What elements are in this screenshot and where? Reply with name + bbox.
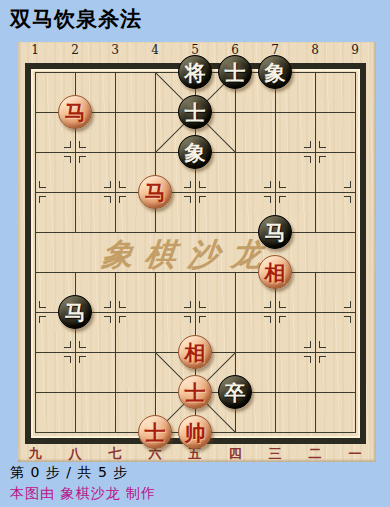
point-marker	[279, 196, 286, 203]
point-marker	[39, 301, 46, 308]
point-marker	[304, 341, 311, 348]
black-advisor[interactable]: 士	[178, 95, 212, 129]
point-marker	[304, 141, 311, 148]
point-marker	[199, 301, 206, 308]
black-horse-glyph: 马	[265, 222, 286, 243]
file-label-bottom: 四	[224, 445, 246, 463]
red-general[interactable]: 帅	[178, 415, 212, 449]
black-advisor-glyph: 士	[185, 102, 206, 123]
point-marker	[79, 356, 86, 363]
point-marker	[344, 196, 351, 203]
point-marker	[319, 356, 326, 363]
black-elephant-glyph: 象	[265, 62, 286, 83]
red-horse[interactable]: 马	[58, 95, 92, 129]
point-marker	[104, 316, 111, 323]
black-advisor-glyph: 士	[225, 62, 246, 83]
black-general-glyph: 将	[185, 62, 206, 83]
black-horse[interactable]: 马	[58, 295, 92, 329]
black-elephant-glyph: 象	[185, 142, 206, 163]
file-label-bottom: 一	[344, 445, 366, 463]
grid-line-file	[315, 272, 316, 433]
point-marker	[264, 181, 271, 188]
file-label-bottom: 七	[104, 445, 126, 463]
red-advisor[interactable]: 士	[178, 375, 212, 409]
point-marker	[39, 181, 46, 188]
red-elephant-glyph: 相	[185, 342, 206, 363]
point-marker	[199, 181, 206, 188]
point-marker	[104, 181, 111, 188]
file-label-top: 1	[24, 43, 46, 57]
point-marker	[119, 301, 126, 308]
file-label-top: 4	[144, 43, 166, 57]
point-marker	[104, 196, 111, 203]
point-marker	[64, 341, 71, 348]
file-label-top: 3	[104, 43, 126, 57]
file-label-top: 8	[304, 43, 326, 57]
red-horse-glyph: 马	[145, 182, 166, 203]
red-horse-glyph: 马	[65, 102, 86, 123]
point-marker	[319, 341, 326, 348]
file-label-bottom: 二	[304, 445, 326, 463]
point-marker	[344, 301, 351, 308]
point-marker	[184, 301, 191, 308]
red-elephant[interactable]: 相	[178, 335, 212, 369]
point-marker	[199, 196, 206, 203]
grid-line-file	[115, 72, 116, 233]
grid-line-file	[35, 72, 36, 433]
black-horse[interactable]: 马	[258, 215, 292, 249]
grid-line-file	[275, 272, 276, 433]
black-horse-glyph: 马	[65, 302, 86, 323]
point-marker	[279, 316, 286, 323]
black-soldier-glyph: 卒	[225, 382, 246, 403]
red-advisor-glyph: 士	[185, 382, 206, 403]
point-marker	[199, 316, 206, 323]
file-label-bottom: 三	[264, 445, 286, 463]
xiangqi-board[interactable]: 123456789 象棋沙龙 将士象马士象马马相马相士卒士帅 九八七六五四三二一	[18, 42, 376, 462]
black-elephant[interactable]: 象	[178, 135, 212, 169]
move-counter: 第 0 步 / 共 5 步	[10, 464, 128, 482]
point-marker	[319, 156, 326, 163]
point-marker	[64, 156, 71, 163]
point-marker	[264, 301, 271, 308]
red-elephant[interactable]: 相	[258, 255, 292, 289]
black-soldier[interactable]: 卒	[218, 375, 252, 409]
grid-line-file	[315, 72, 316, 233]
point-marker	[119, 181, 126, 188]
black-advisor[interactable]: 士	[218, 55, 252, 89]
point-marker	[184, 181, 191, 188]
point-marker	[119, 196, 126, 203]
black-general[interactable]: 将	[178, 55, 212, 89]
file-label-top: 2	[64, 43, 86, 57]
point-marker	[279, 301, 286, 308]
point-marker	[264, 196, 271, 203]
point-marker	[279, 181, 286, 188]
credit-line: 本图由 象棋沙龙 制作	[10, 485, 156, 503]
point-marker	[79, 156, 86, 163]
red-general-glyph: 帅	[185, 422, 206, 443]
grid-line-file	[355, 72, 356, 433]
point-marker	[184, 196, 191, 203]
point-marker	[39, 196, 46, 203]
file-label-bottom: 九	[24, 445, 46, 463]
point-marker	[64, 356, 71, 363]
point-marker	[104, 301, 111, 308]
point-marker	[79, 341, 86, 348]
point-marker	[119, 316, 126, 323]
black-elephant[interactable]: 象	[258, 55, 292, 89]
point-marker	[264, 316, 271, 323]
point-marker	[64, 141, 71, 148]
red-advisor[interactable]: 士	[138, 415, 172, 449]
point-marker	[344, 181, 351, 188]
watermark-text: 象棋沙龙	[100, 234, 276, 276]
red-advisor-glyph: 士	[145, 422, 166, 443]
point-marker	[344, 316, 351, 323]
point-marker	[184, 316, 191, 323]
point-marker	[319, 141, 326, 148]
point-marker	[304, 356, 311, 363]
point-marker	[304, 156, 311, 163]
file-label-top: 9	[344, 43, 366, 57]
red-elephant-glyph: 相	[265, 262, 286, 283]
grid-line-file	[275, 72, 276, 233]
page-title: 双马饮泉杀法	[10, 5, 142, 33]
red-horse[interactable]: 马	[138, 175, 172, 209]
file-label-bottom: 八	[64, 445, 86, 463]
grid-line-file	[115, 272, 116, 433]
point-marker	[39, 316, 46, 323]
point-marker	[79, 141, 86, 148]
